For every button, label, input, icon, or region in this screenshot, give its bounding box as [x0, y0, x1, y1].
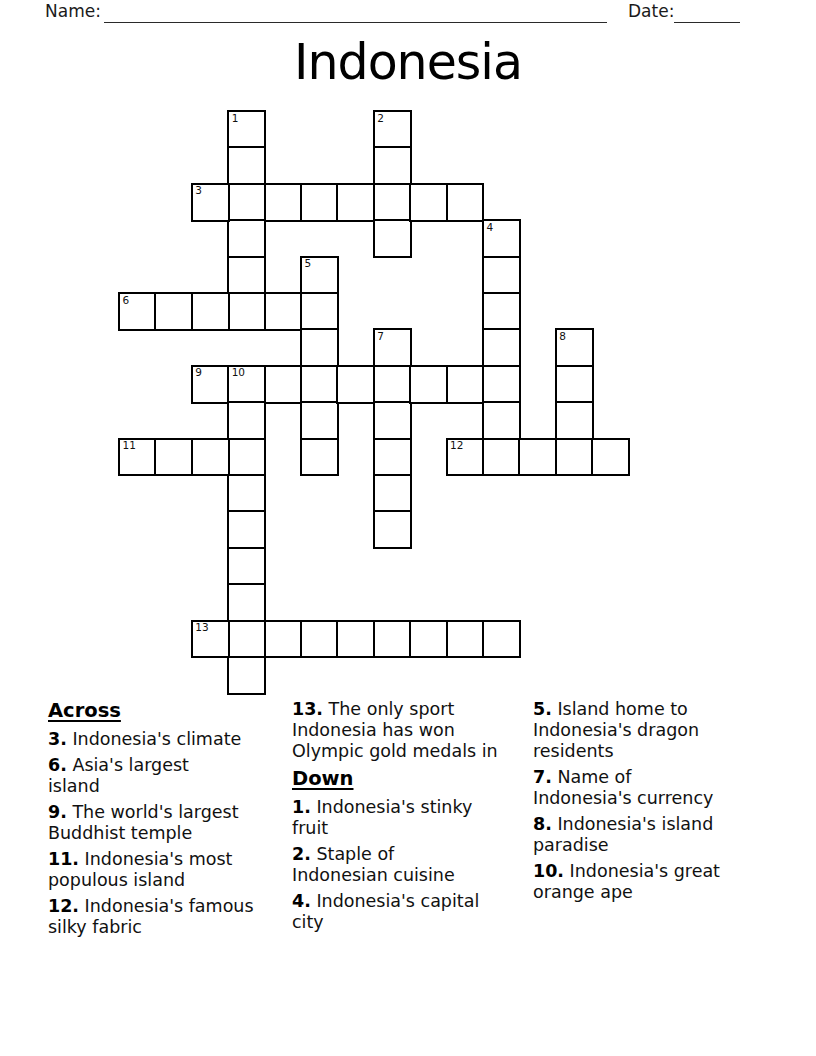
grid-cell — [300, 620, 339, 659]
clue-text: Indonesia's climate — [72, 729, 241, 749]
grid-cell — [518, 438, 557, 477]
crossword-worksheet-page: { "header": { "name_label": "Name:", "da… — [0, 0, 816, 1056]
grid-cell — [373, 183, 412, 222]
grid-cell — [336, 183, 375, 222]
grid-cell — [409, 365, 448, 404]
grid-cell — [300, 401, 339, 440]
grid-cell: 3 — [191, 183, 230, 222]
grid-cell — [154, 438, 193, 477]
clue-number: 10. — [533, 861, 564, 881]
grid-cell — [336, 365, 375, 404]
clue-across-9: 9. The world's largest Buddhist temple — [48, 802, 290, 844]
grid-cell — [264, 620, 303, 659]
grid-cell — [446, 183, 485, 222]
clue-text: Name of Indonesia's currency — [533, 767, 713, 808]
grid-cell — [227, 510, 266, 549]
clue-down-1: 1. Indonesia's stinky fruit — [292, 797, 530, 839]
clue-across-13: 13. The only sport Indonesia has won Oly… — [292, 699, 530, 762]
clue-number: 2. — [292, 844, 311, 864]
grid-cell — [482, 401, 521, 440]
clue-number: 5. — [533, 699, 552, 719]
cell-number: 10 — [232, 367, 245, 378]
crossword-grid: 12345678910111213 — [118, 110, 633, 698]
clues-column-1: Across 3. Indonesia's climate 6. Asia's … — [48, 699, 290, 943]
worksheet-header: Name: Date: — [0, 0, 816, 30]
grid-cell — [336, 620, 375, 659]
cell-number: 7 — [377, 331, 384, 342]
grid-cell — [227, 146, 266, 185]
grid-cell — [482, 620, 521, 659]
grid-cell — [264, 365, 303, 404]
grid-cell — [482, 365, 521, 404]
grid-cell — [300, 438, 339, 477]
cell-number: 11 — [123, 440, 136, 451]
grid-cell: 13 — [191, 620, 230, 659]
grid-cell — [373, 474, 412, 513]
clue-text: Indonesia's capital city — [292, 891, 479, 932]
grid-cell: 6 — [118, 292, 157, 331]
puzzle-title: Indonesia — [0, 34, 816, 91]
grid-cell — [373, 401, 412, 440]
clue-number: 9. — [48, 802, 67, 822]
clue-number: 12. — [48, 896, 79, 916]
clue-down-10: 10. Indonesia's great orange ape — [533, 861, 761, 903]
clue-number: 7. — [533, 767, 552, 787]
clue-text: Island home to Indonesia's dragon reside… — [533, 699, 699, 761]
grid-cell — [482, 438, 521, 477]
clues-column-2: 13. The only sport Indonesia has won Oly… — [292, 699, 530, 938]
clue-text: The only sport Indonesia has won Olympic… — [292, 699, 498, 761]
grid-cell — [264, 183, 303, 222]
clue-text: Indonesia's famous silky fabric — [48, 896, 254, 937]
grid-cell — [227, 656, 266, 695]
grid-cell: 4 — [482, 219, 521, 258]
clue-number: 8. — [533, 814, 552, 834]
grid-cell — [373, 438, 412, 477]
date-label: Date: — [628, 1, 674, 21]
clue-number: 1. — [292, 797, 311, 817]
grid-cell — [446, 620, 485, 659]
cell-number: 1 — [232, 113, 239, 124]
grid-cell — [227, 183, 266, 222]
grid-cell — [227, 438, 266, 477]
name-blank-line — [104, 2, 607, 23]
cell-number: 6 — [123, 295, 130, 306]
grid-cell — [482, 256, 521, 295]
grid-cell: 7 — [373, 328, 412, 367]
cell-number: 13 — [195, 622, 208, 633]
clue-text: Asia's largest island — [48, 755, 189, 796]
grid-cell: 11 — [118, 438, 157, 477]
grid-cell — [154, 292, 193, 331]
cell-number: 8 — [559, 331, 566, 342]
grid-cell — [227, 219, 266, 258]
grid-cell — [227, 401, 266, 440]
grid-cell — [555, 401, 594, 440]
grid-cell — [227, 583, 266, 622]
grid-cell: 2 — [373, 110, 412, 149]
clue-across-3: 3. Indonesia's climate — [48, 729, 290, 750]
grid-cell — [300, 365, 339, 404]
grid-cell — [555, 365, 594, 404]
clue-number: 3. — [48, 729, 67, 749]
grid-cell: 8 — [555, 328, 594, 367]
grid-cell — [373, 510, 412, 549]
cell-number: 12 — [450, 440, 463, 451]
grid-cell — [227, 620, 266, 659]
clue-down-5: 5. Island home to Indonesia's dragon res… — [533, 699, 761, 762]
clue-across-11: 11. Indonesia's most populous island — [48, 849, 290, 891]
date-blank-line — [674, 2, 740, 23]
across-heading: Across — [48, 699, 290, 722]
grid-cell — [409, 183, 448, 222]
clue-number: 11. — [48, 849, 79, 869]
clue-across-6: 6. Asia's largest island — [48, 755, 290, 797]
grid-cell: 1 — [227, 110, 266, 149]
clue-down-8: 8. Indonesia's island paradise — [533, 814, 761, 856]
grid-cell — [227, 256, 266, 295]
clue-number: 13. — [292, 699, 323, 719]
grid-cell — [555, 438, 594, 477]
cell-number: 3 — [195, 185, 202, 196]
clue-text: Staple of Indonesian cuisine — [292, 844, 455, 885]
cell-number: 5 — [305, 258, 312, 269]
grid-cell — [482, 328, 521, 367]
grid-cell: 9 — [191, 365, 230, 404]
grid-cell — [227, 292, 266, 331]
clue-text: The world's largest Buddhist temple — [48, 802, 239, 843]
down-heading: Down — [292, 767, 530, 790]
clue-number: 6. — [48, 755, 67, 775]
grid-cell — [191, 292, 230, 331]
grid-cell — [373, 219, 412, 258]
grid-cell — [227, 547, 266, 586]
grid-cell — [591, 438, 630, 477]
grid-cell — [446, 365, 485, 404]
grid-cell — [191, 438, 230, 477]
clue-down-7: 7. Name of Indonesia's currency — [533, 767, 761, 809]
clue-down-4: 4. Indonesia's capital city — [292, 891, 530, 933]
grid-cell — [409, 620, 448, 659]
clues-column-3: 5. Island home to Indonesia's dragon res… — [533, 699, 761, 908]
grid-cell — [373, 365, 412, 404]
clue-down-2: 2. Staple of Indonesian cuisine — [292, 844, 530, 886]
cell-number: 2 — [377, 113, 384, 124]
grid-cell: 10 — [227, 365, 266, 404]
clue-across-12: 12. Indonesia's famous silky fabric — [48, 896, 290, 938]
grid-cell — [373, 620, 412, 659]
grid-cell — [482, 292, 521, 331]
name-label: Name: — [45, 1, 101, 21]
grid-cell — [264, 292, 303, 331]
clue-number: 4. — [292, 891, 311, 911]
grid-cell — [300, 328, 339, 367]
grid-cell — [300, 183, 339, 222]
grid-cell — [300, 292, 339, 331]
grid-cell — [227, 474, 266, 513]
cell-number: 9 — [195, 367, 202, 378]
cell-number: 4 — [487, 222, 494, 233]
clue-text: Indonesia's island paradise — [533, 814, 713, 855]
grid-cell: 12 — [446, 438, 485, 477]
clue-text: Indonesia's stinky fruit — [292, 797, 472, 838]
grid-cell — [373, 146, 412, 185]
grid-cell: 5 — [300, 256, 339, 295]
